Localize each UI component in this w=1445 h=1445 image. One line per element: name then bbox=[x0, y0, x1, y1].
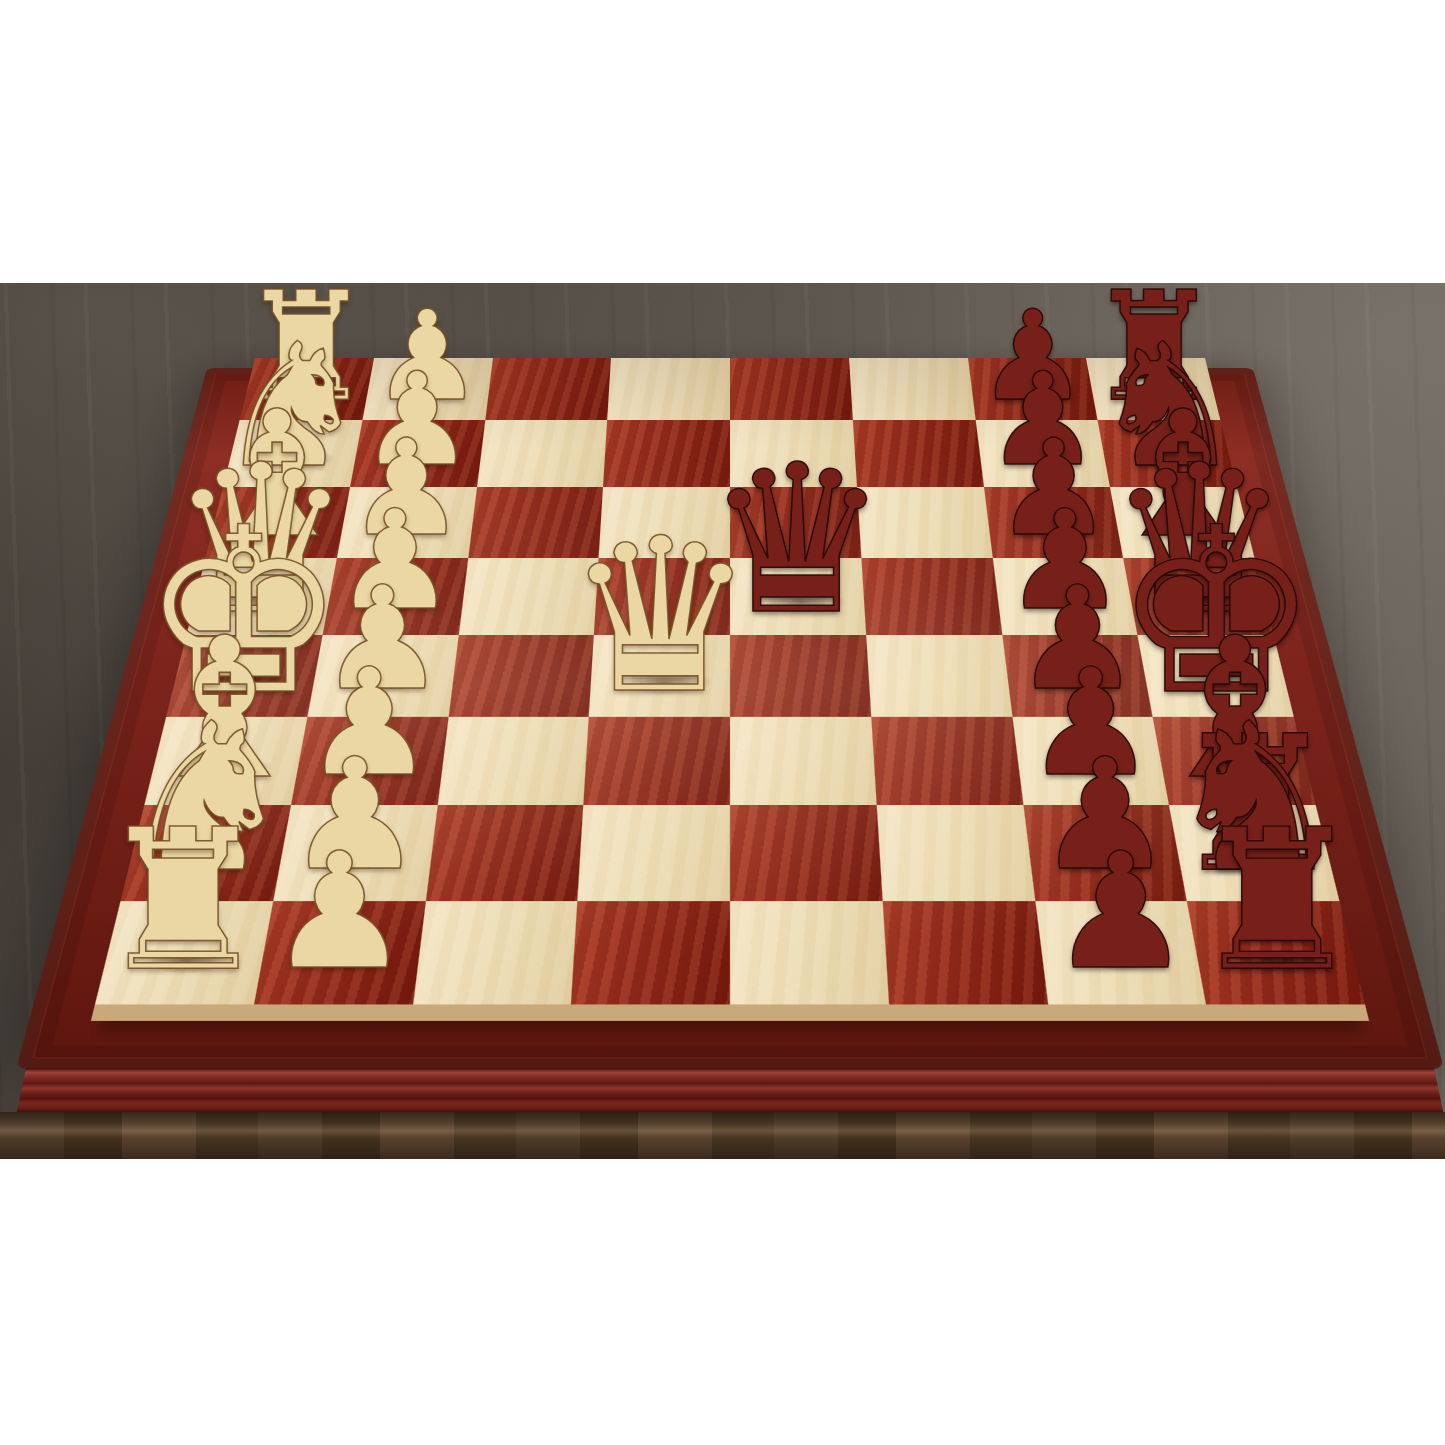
square-d7 bbox=[992, 558, 1137, 634]
square-a2 bbox=[362, 358, 492, 420]
square-g3 bbox=[425, 805, 583, 901]
square-h5 bbox=[730, 901, 889, 1005]
board-base-front-molding bbox=[16, 1068, 1444, 1116]
square-h6 bbox=[882, 901, 1047, 1005]
square-b3 bbox=[477, 420, 608, 487]
square-g7 bbox=[1023, 805, 1187, 901]
square-g6 bbox=[876, 805, 1034, 901]
square-h4 bbox=[571, 901, 730, 1005]
square-c2 bbox=[337, 487, 477, 558]
square-c1 bbox=[205, 487, 349, 558]
square-d1 bbox=[187, 558, 337, 634]
square-c7 bbox=[983, 487, 1123, 558]
square-d3 bbox=[458, 558, 599, 634]
square-a7 bbox=[968, 358, 1098, 420]
square-a8 bbox=[1086, 358, 1220, 420]
square-f5 bbox=[730, 717, 876, 805]
square-d8 bbox=[1123, 558, 1273, 634]
square-a6 bbox=[849, 358, 975, 420]
square-g1 bbox=[121, 805, 291, 901]
square-h3 bbox=[412, 901, 577, 1005]
square-g5 bbox=[730, 805, 882, 901]
square-h8 bbox=[1187, 901, 1365, 1005]
square-f8 bbox=[1153, 717, 1316, 805]
square-e1 bbox=[166, 635, 322, 717]
square-a5 bbox=[730, 358, 853, 420]
square-e4 bbox=[589, 635, 730, 717]
square-b8 bbox=[1098, 420, 1237, 487]
square-b2 bbox=[350, 420, 485, 487]
square-b7 bbox=[975, 420, 1110, 487]
product-photo-page: ♜♞♝♛♚♝♞♜♟♟♟♟♟♟♟♟♛♛♟♟♟♟♟♟♟♟♜♞♝♛♚♝♜♞♜ bbox=[0, 0, 1445, 1445]
square-e6 bbox=[866, 635, 1012, 717]
square-d4 bbox=[594, 558, 730, 634]
square-d6 bbox=[861, 558, 1002, 634]
square-a3 bbox=[485, 358, 611, 420]
square-e7 bbox=[1002, 635, 1153, 717]
square-b4 bbox=[603, 420, 730, 487]
square-f2 bbox=[291, 717, 448, 805]
square-h7 bbox=[1035, 901, 1207, 1005]
square-c3 bbox=[468, 487, 604, 558]
square-c5 bbox=[730, 487, 861, 558]
square-g4 bbox=[578, 805, 730, 901]
square-f7 bbox=[1012, 717, 1169, 805]
chess-board bbox=[91, 358, 1369, 1021]
square-g2 bbox=[273, 805, 437, 901]
square-d5 bbox=[730, 558, 866, 634]
square-f3 bbox=[437, 717, 589, 805]
square-c4 bbox=[599, 487, 730, 558]
table-wood-foreground bbox=[0, 1112, 1445, 1159]
square-e5 bbox=[730, 635, 871, 717]
square-a1 bbox=[240, 358, 374, 420]
square-e8 bbox=[1138, 635, 1294, 717]
square-f6 bbox=[871, 717, 1023, 805]
square-b6 bbox=[853, 420, 984, 487]
square-e2 bbox=[307, 635, 458, 717]
square-g8 bbox=[1169, 805, 1339, 901]
square-a4 bbox=[607, 358, 730, 420]
chess-set-photo: ♜♞♝♛♚♝♞♜♟♟♟♟♟♟♟♟♛♛♟♟♟♟♟♟♟♟♜♞♝♛♚♝♜♞♜ bbox=[0, 283, 1445, 1159]
square-d2 bbox=[322, 558, 467, 634]
square-h2 bbox=[254, 901, 426, 1005]
square-b5 bbox=[730, 420, 857, 487]
square-c6 bbox=[857, 487, 993, 558]
square-h1 bbox=[95, 901, 273, 1005]
square-b1 bbox=[223, 420, 362, 487]
square-f4 bbox=[584, 717, 730, 805]
square-f1 bbox=[144, 717, 307, 805]
square-e3 bbox=[448, 635, 594, 717]
square-c8 bbox=[1110, 487, 1254, 558]
